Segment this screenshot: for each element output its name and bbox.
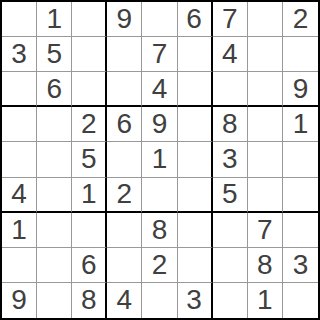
sudoku-cell-r2c3[interactable] [72,37,107,72]
sudoku-cell-r7c7[interactable] [213,213,248,248]
sudoku-cell-r8c6[interactable] [178,248,213,283]
given-digit: 2 [152,251,168,279]
sudoku-cell-r8c8[interactable]: 8 [248,248,283,283]
sudoku-cell-r7c4[interactable] [107,213,142,248]
sudoku-cell-r9c9[interactable] [283,283,318,318]
given-digit: 1 [152,145,168,173]
sudoku-cell-r6c3[interactable]: 1 [72,178,107,213]
sudoku-cell-r4c8[interactable] [248,107,283,142]
given-digit: 6 [186,5,202,33]
sudoku-board: 196723574649269815134125187628398431 [0,0,320,320]
given-digit: 2 [293,5,309,33]
sudoku-cell-r4c9[interactable]: 1 [283,107,318,142]
sudoku-cell-r9c6[interactable]: 3 [178,283,213,318]
sudoku-cell-r7c5[interactable]: 8 [142,213,177,248]
sudoku-cell-r4c2[interactable] [37,107,72,142]
sudoku-cell-r5c3[interactable]: 5 [72,142,107,177]
sudoku-cell-r6c7[interactable]: 5 [213,178,248,213]
given-digit: 2 [81,110,97,138]
given-digit: 6 [81,251,97,279]
sudoku-cell-r5c2[interactable] [37,142,72,177]
given-digit: 2 [117,180,133,208]
given-digit: 8 [81,286,97,314]
sudoku-cell-r5c9[interactable] [283,142,318,177]
sudoku-cell-r1c1[interactable] [2,2,37,37]
given-digit: 5 [81,145,97,173]
sudoku-cell-r9c5[interactable] [142,283,177,318]
sudoku-cell-r4c5[interactable]: 9 [142,107,177,142]
sudoku-cell-r3c5[interactable]: 4 [142,72,177,107]
sudoku-cell-r8c9[interactable]: 3 [283,248,318,283]
sudoku-cell-r1c6[interactable]: 6 [178,2,213,37]
given-digit: 3 [222,145,238,173]
sudoku-cell-r2c5[interactable]: 7 [142,37,177,72]
sudoku-cell-r2c9[interactable] [283,37,318,72]
sudoku-cell-r9c1[interactable]: 9 [2,283,37,318]
sudoku-cell-r2c1[interactable]: 3 [2,37,37,72]
sudoku-cell-r8c4[interactable] [107,248,142,283]
sudoku-cell-r2c7[interactable]: 4 [213,37,248,72]
sudoku-cell-r4c6[interactable] [178,107,213,142]
given-digit: 5 [46,40,62,68]
given-digit: 1 [11,216,27,244]
sudoku-cell-r3c7[interactable] [213,72,248,107]
given-digit: 1 [81,180,97,208]
sudoku-cell-r9c8[interactable]: 1 [248,283,283,318]
sudoku-cell-r1c7[interactable]: 7 [213,2,248,37]
sudoku-cell-r9c2[interactable] [37,283,72,318]
given-digit: 9 [11,286,27,314]
sudoku-cell-r7c8[interactable]: 7 [248,213,283,248]
sudoku-cell-r3c1[interactable] [2,72,37,107]
sudoku-cell-r5c4[interactable] [107,142,142,177]
sudoku-cell-r9c4[interactable]: 4 [107,283,142,318]
sudoku-cell-r5c5[interactable]: 1 [142,142,177,177]
sudoku-cell-r1c9[interactable]: 2 [283,2,318,37]
sudoku-cell-r6c1[interactable]: 4 [2,178,37,213]
sudoku-cell-r4c4[interactable]: 6 [107,107,142,142]
sudoku-cell-r7c3[interactable] [72,213,107,248]
sudoku-cell-r3c8[interactable] [248,72,283,107]
sudoku-cell-r1c2[interactable]: 1 [37,2,72,37]
sudoku-cell-r6c5[interactable] [142,178,177,213]
sudoku-cell-r4c3[interactable]: 2 [72,107,107,142]
sudoku-cell-r3c9[interactable]: 9 [283,72,318,107]
sudoku-cell-r5c8[interactable] [248,142,283,177]
sudoku-cell-r7c6[interactable] [178,213,213,248]
given-digit: 1 [46,5,62,33]
given-digit: 5 [222,180,238,208]
sudoku-cell-r1c5[interactable] [142,2,177,37]
sudoku-cell-r3c2[interactable]: 6 [37,72,72,107]
sudoku-cell-r6c8[interactable] [248,178,283,213]
given-digit: 4 [222,40,238,68]
sudoku-cell-r2c8[interactable] [248,37,283,72]
sudoku-cell-r8c2[interactable] [37,248,72,283]
given-digit: 7 [222,5,238,33]
given-digit: 1 [257,286,273,314]
sudoku-cell-r7c9[interactable] [283,213,318,248]
sudoku-cell-r5c7[interactable]: 3 [213,142,248,177]
sudoku-cell-r6c2[interactable] [37,178,72,213]
sudoku-cell-r1c8[interactable] [248,2,283,37]
sudoku-cell-r6c6[interactable] [178,178,213,213]
given-digit: 9 [117,5,133,33]
given-digit: 6 [117,110,133,138]
sudoku-cell-r7c2[interactable] [37,213,72,248]
sudoku-cell-r1c4[interactable]: 9 [107,2,142,37]
sudoku-cell-r9c7[interactable] [213,283,248,318]
sudoku-cell-r3c3[interactable] [72,72,107,107]
given-digit: 1 [293,110,309,138]
sudoku-cell-r3c4[interactable] [107,72,142,107]
sudoku-cell-r8c3[interactable]: 6 [72,248,107,283]
given-digit: 9 [152,110,168,138]
sudoku-cell-r9c3[interactable]: 8 [72,283,107,318]
given-digit: 3 [11,40,27,68]
sudoku-cell-r1c3[interactable] [72,2,107,37]
given-digit: 8 [257,251,273,279]
given-digit: 3 [186,286,202,314]
sudoku-cell-r8c1[interactable] [2,248,37,283]
sudoku-cell-r4c7[interactable]: 8 [213,107,248,142]
sudoku-cell-r3c6[interactable] [178,72,213,107]
sudoku-cell-r8c7[interactable] [213,248,248,283]
given-digit: 6 [46,75,62,103]
sudoku-cell-r2c6[interactable] [178,37,213,72]
sudoku-cell-r2c4[interactable] [107,37,142,72]
sudoku-cell-r6c9[interactable] [283,178,318,213]
sudoku-cell-r7c1[interactable]: 1 [2,213,37,248]
given-digit: 7 [152,40,168,68]
given-digit: 8 [222,110,238,138]
sudoku-cell-r2c2[interactable]: 5 [37,37,72,72]
sudoku-cell-r5c1[interactable] [2,142,37,177]
given-digit: 3 [293,251,309,279]
given-digit: 4 [117,286,133,314]
given-digit: 9 [293,75,309,103]
given-digit: 8 [152,216,168,244]
sudoku-cell-r8c5[interactable]: 2 [142,248,177,283]
given-digit: 4 [11,180,27,208]
given-digit: 7 [257,216,273,244]
sudoku-cell-r4c1[interactable] [2,107,37,142]
given-digit: 4 [152,75,168,103]
sudoku-cell-r5c6[interactable] [178,142,213,177]
sudoku-cell-r6c4[interactable]: 2 [107,178,142,213]
